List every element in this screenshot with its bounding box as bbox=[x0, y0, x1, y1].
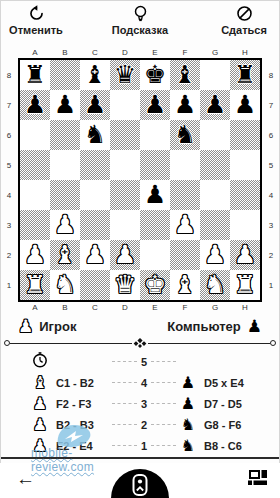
move-number: 4 bbox=[141, 377, 147, 389]
move-list: 5♝C1 - B24♟D5 x E4♟F2 - F33♟D7 - D5♟B2 -… bbox=[0, 349, 280, 456]
square-g3[interactable] bbox=[200, 210, 230, 240]
move-number: 3 bbox=[141, 398, 147, 410]
piece-white-rook[interactable]: ♜ bbox=[234, 270, 256, 300]
black-move-text: B8 - C6 bbox=[198, 440, 268, 452]
file-label-f: F bbox=[170, 303, 200, 312]
square-f2[interactable] bbox=[170, 240, 200, 270]
file-label-e: E bbox=[140, 48, 170, 57]
square-c4[interactable] bbox=[80, 180, 110, 210]
move-row-5: 5 bbox=[0, 351, 280, 372]
resign-label: Сдаться bbox=[221, 24, 267, 36]
white-pawn-icon: ♟ bbox=[18, 317, 33, 335]
piece-black-king[interactable]: ♚ bbox=[144, 60, 166, 90]
square-g7[interactable]: ♟ bbox=[200, 90, 230, 120]
square-e6[interactable] bbox=[140, 120, 170, 150]
move-row-3: ♟F2 - F33♟D7 - D5 bbox=[0, 393, 280, 414]
square-e3[interactable] bbox=[140, 210, 170, 240]
rank-label-3: 3 bbox=[262, 210, 280, 240]
move-row-2: ♟B2 - B32♞G8 - F6 bbox=[0, 414, 280, 435]
square-d4[interactable] bbox=[110, 180, 140, 210]
piece-white-pawn[interactable]: ♟ bbox=[174, 210, 196, 240]
square-c5[interactable] bbox=[80, 150, 110, 180]
toolbar: Отменить Подсказка Сдаться bbox=[0, 0, 280, 46]
rank-label-6: 6 bbox=[0, 120, 18, 150]
square-f7[interactable]: ♟ bbox=[170, 90, 200, 120]
undo-label: Отменить bbox=[9, 24, 63, 36]
square-g2[interactable]: ♟ bbox=[200, 240, 230, 270]
divider-center-ornament bbox=[133, 338, 147, 349]
square-b4[interactable] bbox=[50, 180, 80, 210]
square-c2[interactable]: ♟ bbox=[80, 240, 110, 270]
piece-black-pawn[interactable]: ♟ bbox=[54, 90, 76, 120]
rank-label-7: 7 bbox=[262, 90, 280, 120]
piece-white-bishop[interactable]: ♝ bbox=[54, 240, 76, 270]
move-number: 5 bbox=[141, 356, 147, 368]
square-a8[interactable]: ♜ bbox=[20, 60, 50, 90]
square-b5[interactable] bbox=[50, 150, 80, 180]
players-row: ♟ Игрок Компьютер ♟ bbox=[0, 312, 280, 337]
file-label-d: D bbox=[110, 303, 140, 312]
piece-black-pawn[interactable]: ♟ bbox=[24, 90, 46, 120]
file-labels-bottom: ABCDEFGH bbox=[20, 303, 280, 312]
piece-black-bishop[interactable]: ♝ bbox=[174, 60, 196, 90]
square-b3[interactable]: ♟ bbox=[50, 210, 80, 240]
rank-labels-left: 87654321 bbox=[0, 58, 18, 302]
square-d8[interactable]: ♛ bbox=[110, 60, 140, 90]
rank-label-5: 5 bbox=[0, 150, 18, 180]
square-b7[interactable]: ♟ bbox=[50, 90, 80, 120]
piece-white-bishop[interactable]: ♝ bbox=[174, 270, 196, 300]
task-switcher-button[interactable] bbox=[248, 470, 267, 489]
square-d2[interactable]: ♟ bbox=[110, 240, 140, 270]
move-row-1: ♟E2 - E41♞B8 - C6 bbox=[0, 435, 280, 456]
piece-black-knight[interactable]: ♞ bbox=[84, 120, 106, 150]
knight-black-icon: ♞ bbox=[181, 416, 195, 434]
square-h2[interactable]: ♟ bbox=[230, 240, 260, 270]
pawn-black-icon: ♟ bbox=[181, 374, 195, 392]
square-f1[interactable]: ♝ bbox=[170, 270, 200, 300]
square-d1[interactable]: ♛ bbox=[110, 270, 140, 300]
piece-white-pawn[interactable]: ♟ bbox=[84, 240, 106, 270]
white-move-text: F2 - F3 bbox=[50, 398, 110, 410]
piece-white-pawn[interactable]: ♟ bbox=[234, 240, 256, 270]
square-h7[interactable]: ♟ bbox=[230, 90, 260, 120]
piece-black-pawn[interactable]: ♟ bbox=[84, 90, 106, 120]
piece-black-rook[interactable]: ♜ bbox=[234, 60, 256, 90]
lightbulb-icon bbox=[131, 4, 150, 23]
rank-label-4: 4 bbox=[262, 180, 280, 210]
pawn-white-icon: ♟ bbox=[33, 437, 47, 455]
file-label-c: C bbox=[80, 48, 110, 57]
rank-label-7: 7 bbox=[0, 90, 18, 120]
piece-black-knight[interactable]: ♞ bbox=[174, 120, 196, 150]
square-e2[interactable] bbox=[140, 240, 170, 270]
square-a4[interactable] bbox=[20, 180, 50, 210]
white-player-name: Игрок bbox=[39, 319, 76, 334]
file-label-c: C bbox=[80, 303, 110, 312]
square-g4[interactable] bbox=[200, 180, 230, 210]
piece-white-knight[interactable]: ♞ bbox=[54, 270, 76, 300]
rank-label-1: 1 bbox=[262, 270, 280, 300]
white-move-text: C1 - B2 bbox=[50, 377, 110, 389]
piece-white-king[interactable]: ♚ bbox=[144, 270, 166, 300]
black-pawn-icon: ♟ bbox=[247, 317, 262, 335]
divider-end-curl-right bbox=[270, 340, 276, 346]
move-number: 1 bbox=[141, 440, 147, 452]
file-label-b: B bbox=[50, 303, 80, 312]
back-arrow-button[interactable]: ← bbox=[16, 469, 35, 489]
piece-white-knight[interactable]: ♞ bbox=[204, 270, 226, 300]
piece-black-rook[interactable]: ♜ bbox=[24, 60, 46, 90]
black-move-text: D7 - D5 bbox=[198, 398, 268, 410]
square-d3[interactable] bbox=[110, 210, 140, 240]
file-label-a: A bbox=[20, 303, 50, 312]
black-move-text: D5 x E4 bbox=[198, 377, 268, 389]
rank-label-3: 3 bbox=[0, 210, 18, 240]
piece-black-pawn[interactable]: ♟ bbox=[144, 90, 166, 120]
square-h6[interactable] bbox=[230, 120, 260, 150]
square-g8[interactable] bbox=[200, 60, 230, 90]
piece-black-pawn[interactable]: ♟ bbox=[234, 90, 256, 120]
piece-black-pawn[interactable]: ♟ bbox=[144, 180, 166, 210]
square-d6[interactable] bbox=[110, 120, 140, 150]
square-e1[interactable]: ♚ bbox=[140, 270, 170, 300]
undo-icon bbox=[27, 4, 46, 23]
square-h4[interactable] bbox=[230, 180, 260, 210]
move-row-4: ♝C1 - B24♟D5 x E4 bbox=[0, 372, 280, 393]
piece-white-pawn[interactable]: ♟ bbox=[114, 240, 136, 270]
square-e5[interactable] bbox=[140, 150, 170, 180]
file-label-h: H bbox=[230, 48, 260, 57]
black-move-text: G8 - F6 bbox=[198, 419, 268, 431]
square-c6[interactable]: ♞ bbox=[80, 120, 110, 150]
square-a6[interactable] bbox=[20, 120, 50, 150]
square-a2[interactable]: ♟ bbox=[20, 240, 50, 270]
square-f4[interactable] bbox=[170, 180, 200, 210]
square-f5[interactable] bbox=[170, 150, 200, 180]
clock-icon bbox=[32, 352, 48, 372]
square-a7[interactable]: ♟ bbox=[20, 90, 50, 120]
player-black: Компьютер ♟ bbox=[167, 317, 262, 335]
rank-label-8: 8 bbox=[262, 60, 280, 90]
piece-white-pawn[interactable]: ♟ bbox=[24, 240, 46, 270]
square-e8[interactable]: ♚ bbox=[140, 60, 170, 90]
file-label-e: E bbox=[140, 303, 170, 312]
rank-label-4: 4 bbox=[0, 180, 18, 210]
square-d5[interactable] bbox=[110, 150, 140, 180]
file-label-g: G bbox=[200, 303, 230, 312]
piece-white-queen[interactable]: ♛ bbox=[114, 270, 136, 300]
board-section: ABCDEFGH 87654321 ♜♝♛♚♝♜♟♟♟♟♟♟♟♞♞♟♟♟♟♝♟♟… bbox=[0, 48, 280, 312]
player-white: ♟ Игрок bbox=[18, 317, 76, 335]
file-label-g: G bbox=[200, 48, 230, 57]
square-h8[interactable]: ♜ bbox=[230, 60, 260, 90]
rank-label-2: 2 bbox=[0, 240, 18, 270]
rank-labels-right: 87654321 bbox=[262, 58, 280, 302]
square-d7[interactable] bbox=[110, 90, 140, 120]
piece-black-bishop[interactable]: ♝ bbox=[84, 60, 106, 90]
bishop-white-icon: ♝ bbox=[33, 374, 47, 392]
square-f6[interactable]: ♞ bbox=[170, 120, 200, 150]
undo-button[interactable]: Отменить bbox=[6, 4, 66, 36]
square-e7[interactable]: ♟ bbox=[140, 90, 170, 120]
square-e4[interactable]: ♟ bbox=[140, 180, 170, 210]
hint-button[interactable]: Подсказка bbox=[110, 4, 170, 36]
square-b6[interactable] bbox=[50, 120, 80, 150]
rank-label-2: 2 bbox=[262, 240, 280, 270]
hint-label: Подсказка bbox=[112, 24, 168, 36]
knight-black-icon: ♞ bbox=[181, 437, 195, 455]
square-c3[interactable] bbox=[80, 210, 110, 240]
rank-label-8: 8 bbox=[0, 60, 18, 90]
white-move-text: E2 - E4 bbox=[50, 440, 110, 452]
square-g6[interactable] bbox=[200, 120, 230, 150]
piece-white-pawn[interactable]: ♟ bbox=[54, 210, 76, 240]
piece-black-pawn[interactable]: ♟ bbox=[204, 90, 226, 120]
square-f3[interactable]: ♟ bbox=[170, 210, 200, 240]
rank-label-1: 1 bbox=[0, 270, 18, 300]
square-b1[interactable]: ♞ bbox=[50, 270, 80, 300]
square-b2[interactable]: ♝ bbox=[50, 240, 80, 270]
piece-white-rook[interactable]: ♜ bbox=[24, 270, 46, 300]
rank-label-6: 6 bbox=[262, 120, 280, 150]
piece-white-pawn[interactable]: ♟ bbox=[204, 240, 226, 270]
square-b8[interactable] bbox=[50, 60, 80, 90]
file-label-a: A bbox=[20, 48, 50, 57]
file-label-b: B bbox=[50, 48, 80, 57]
resign-icon bbox=[235, 4, 254, 23]
square-h3[interactable] bbox=[230, 210, 260, 240]
square-c1[interactable] bbox=[80, 270, 110, 300]
square-c8[interactable]: ♝ bbox=[80, 60, 110, 90]
piece-black-queen[interactable]: ♛ bbox=[114, 60, 136, 90]
file-labels-top: ABCDEFGH bbox=[20, 48, 280, 57]
bottom-nav-bar: ← bbox=[0, 463, 280, 498]
file-label-h: H bbox=[230, 303, 260, 312]
square-g5[interactable] bbox=[200, 150, 230, 180]
resign-button[interactable]: Сдаться bbox=[214, 4, 274, 36]
white-move-text: B2 - B3 bbox=[50, 419, 110, 431]
pawn-white-icon: ♟ bbox=[33, 416, 47, 434]
file-label-d: D bbox=[110, 48, 140, 57]
pawn-white-icon: ♟ bbox=[33, 395, 47, 413]
pawn-black-icon: ♟ bbox=[181, 395, 195, 413]
rank-label-5: 5 bbox=[262, 150, 280, 180]
piece-black-pawn[interactable]: ♟ bbox=[174, 90, 196, 120]
home-handle-icon bbox=[130, 472, 150, 498]
square-h5[interactable] bbox=[230, 150, 260, 180]
square-g1[interactable]: ♞ bbox=[200, 270, 230, 300]
square-c7[interactable]: ♟ bbox=[80, 90, 110, 120]
square-f8[interactable]: ♝ bbox=[170, 60, 200, 90]
square-a1[interactable]: ♜ bbox=[20, 270, 50, 300]
home-handle-button[interactable] bbox=[111, 469, 169, 498]
square-a5[interactable] bbox=[20, 150, 50, 180]
task-switcher-icon bbox=[248, 470, 267, 485]
chess-board[interactable]: ♜♝♛♚♝♜♟♟♟♟♟♟♟♞♞♟♟♟♟♝♟♟♟♟♜♞♛♚♝♞♜ bbox=[18, 58, 262, 302]
ornament-divider bbox=[0, 337, 280, 349]
bottom-divider bbox=[0, 457, 280, 459]
square-a3[interactable] bbox=[20, 210, 50, 240]
file-label-f: F bbox=[170, 48, 200, 57]
black-player-name: Компьютер bbox=[167, 319, 240, 334]
move-number: 2 bbox=[141, 419, 147, 431]
square-h1[interactable]: ♜ bbox=[230, 270, 260, 300]
